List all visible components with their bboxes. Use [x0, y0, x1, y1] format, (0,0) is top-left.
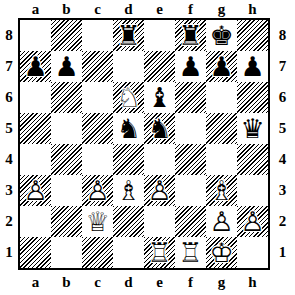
square-f1[interactable]: ♜♖ [175, 237, 206, 268]
black-knight-icon: ♞ [113, 113, 144, 144]
square-h2[interactable]: ♟♙ [237, 206, 268, 237]
black-pawn-icon: ♟ [237, 51, 268, 82]
file-label-g-top: g [206, 0, 237, 18]
square-b7[interactable]: ♟♟ [51, 51, 82, 82]
white-king-icon: ♔ [206, 237, 237, 268]
square-d2[interactable] [113, 206, 144, 237]
square-h7[interactable]: ♟♟ [237, 51, 268, 82]
square-b1[interactable] [51, 237, 82, 268]
file-labels-bottom: abcdefgh [20, 270, 268, 295]
white-bishop-icon: ♗ [113, 175, 144, 206]
square-d8[interactable]: ♜♜ [113, 20, 144, 51]
white-rook-icon: ♖ [144, 237, 175, 268]
white-rook-icon: ♖ [175, 237, 206, 268]
square-h6[interactable] [237, 82, 268, 113]
square-h4[interactable] [237, 144, 268, 175]
square-c3[interactable]: ♟♙ [82, 175, 113, 206]
rank-label-6-left: 6 [0, 82, 18, 113]
file-label-h-bottom: h [237, 270, 268, 295]
rank-label-6-right: 6 [270, 82, 295, 113]
square-f6[interactable] [175, 82, 206, 113]
black-rook-icon: ♜ [175, 20, 206, 51]
square-g3[interactable]: ♝♗ [206, 175, 237, 206]
square-c8[interactable] [82, 20, 113, 51]
file-label-f-bottom: f [175, 270, 206, 295]
white-pawn-icon: ♙ [237, 206, 268, 237]
square-f4[interactable] [175, 144, 206, 175]
file-label-e-bottom: e [144, 270, 175, 295]
black-king-icon: ♚ [206, 20, 237, 51]
square-e2[interactable] [144, 206, 175, 237]
file-label-a-bottom: a [20, 270, 51, 295]
rank-label-7-right: 7 [270, 51, 295, 82]
square-h8[interactable] [237, 20, 268, 51]
file-label-c-top: c [82, 0, 113, 18]
square-d7[interactable] [113, 51, 144, 82]
square-d4[interactable] [113, 144, 144, 175]
square-c2[interactable]: ♛♕ [82, 206, 113, 237]
square-h1[interactable] [237, 237, 268, 268]
rank-label-8-left: 8 [0, 20, 18, 51]
file-label-f-top: f [175, 0, 206, 18]
file-label-c-bottom: c [82, 270, 113, 295]
square-e8[interactable] [144, 20, 175, 51]
black-pawn-icon: ♟ [20, 51, 51, 82]
file-labels-top: abcdefgh [20, 0, 268, 18]
rank-labels-right: 87654321 [270, 20, 295, 268]
white-pawn-icon: ♙ [144, 175, 175, 206]
white-pawn-icon: ♙ [20, 175, 51, 206]
rank-label-2-right: 2 [270, 206, 295, 237]
square-c7[interactable] [82, 51, 113, 82]
black-pawn-icon: ♟ [206, 51, 237, 82]
chess-diagram: abcdefgh abcdefgh 87654321 87654321 ♜♜♜♜… [0, 0, 295, 295]
square-b4[interactable] [51, 144, 82, 175]
black-queen-icon: ♛ [237, 113, 268, 144]
file-label-h-top: h [237, 0, 268, 18]
square-e3[interactable]: ♟♙ [144, 175, 175, 206]
square-d1[interactable] [113, 237, 144, 268]
square-e7[interactable] [144, 51, 175, 82]
square-a2[interactable] [20, 206, 51, 237]
square-f5[interactable] [175, 113, 206, 144]
white-knight-icon: ♘ [113, 82, 144, 113]
rank-label-4-right: 4 [270, 144, 295, 175]
square-h3[interactable] [237, 175, 268, 206]
file-label-b-top: b [51, 0, 82, 18]
black-rook-icon: ♜ [113, 20, 144, 51]
file-label-d-bottom: d [113, 270, 144, 295]
white-pawn-icon: ♙ [82, 175, 113, 206]
rank-label-2-left: 2 [0, 206, 18, 237]
square-a4[interactable] [20, 144, 51, 175]
file-label-b-bottom: b [51, 270, 82, 295]
square-g8[interactable]: ♚♚ [206, 20, 237, 51]
rank-label-3-right: 3 [270, 175, 295, 206]
square-d3[interactable]: ♝♗ [113, 175, 144, 206]
square-e6[interactable]: ♝♝ [144, 82, 175, 113]
white-pawn-icon: ♙ [206, 206, 237, 237]
file-label-a-top: a [20, 0, 51, 18]
rank-label-5-left: 5 [0, 113, 18, 144]
square-c4[interactable] [82, 144, 113, 175]
square-a8[interactable] [20, 20, 51, 51]
black-bishop-icon: ♝ [144, 82, 175, 113]
square-f7[interactable]: ♟♟ [175, 51, 206, 82]
square-g2[interactable]: ♟♙ [206, 206, 237, 237]
square-f2[interactable] [175, 206, 206, 237]
black-knight-icon: ♞ [144, 113, 175, 144]
square-e1[interactable]: ♜♖ [144, 237, 175, 268]
square-b5[interactable] [51, 113, 82, 144]
square-g7[interactable]: ♟♟ [206, 51, 237, 82]
square-e5[interactable]: ♞♞ [144, 113, 175, 144]
black-pawn-icon: ♟ [175, 51, 206, 82]
file-label-g-bottom: g [206, 270, 237, 295]
square-b8[interactable] [51, 20, 82, 51]
square-b6[interactable] [51, 82, 82, 113]
square-c5[interactable] [82, 113, 113, 144]
rank-label-1-right: 1 [270, 237, 295, 268]
square-f8[interactable]: ♜♜ [175, 20, 206, 51]
rank-label-5-right: 5 [270, 113, 295, 144]
rank-label-7-left: 7 [0, 51, 18, 82]
square-a3[interactable]: ♟♙ [20, 175, 51, 206]
file-label-e-top: e [144, 0, 175, 18]
rank-label-8-right: 8 [270, 20, 295, 51]
square-a1[interactable] [20, 237, 51, 268]
square-g4[interactable] [206, 144, 237, 175]
black-pawn-icon: ♟ [51, 51, 82, 82]
square-a7[interactable]: ♟♟ [20, 51, 51, 82]
square-b2[interactable] [51, 206, 82, 237]
white-bishop-icon: ♗ [206, 175, 237, 206]
square-b3[interactable] [51, 175, 82, 206]
rank-label-3-left: 3 [0, 175, 18, 206]
rank-labels-left: 87654321 [0, 20, 18, 268]
file-label-d-top: d [113, 0, 144, 18]
rank-label-1-left: 1 [0, 237, 18, 268]
white-queen-icon: ♕ [82, 206, 113, 237]
square-d6[interactable]: ♞♘ [113, 82, 144, 113]
square-c1[interactable] [82, 237, 113, 268]
square-c6[interactable] [82, 82, 113, 113]
square-h5[interactable]: ♛♛ [237, 113, 268, 144]
chess-board: ♜♜♜♜♚♚♟♟♟♟♟♟♟♟♟♟♞♘♝♝♞♞♞♞♛♛♟♙♟♙♝♗♟♙♝♗♛♕♟♙… [18, 18, 270, 270]
square-g6[interactable] [206, 82, 237, 113]
square-g5[interactable] [206, 113, 237, 144]
square-a6[interactable] [20, 82, 51, 113]
square-e4[interactable] [144, 144, 175, 175]
square-a5[interactable] [20, 113, 51, 144]
square-d5[interactable]: ♞♞ [113, 113, 144, 144]
rank-label-4-left: 4 [0, 144, 18, 175]
square-g1[interactable]: ♚♔ [206, 237, 237, 268]
square-f3[interactable] [175, 175, 206, 206]
